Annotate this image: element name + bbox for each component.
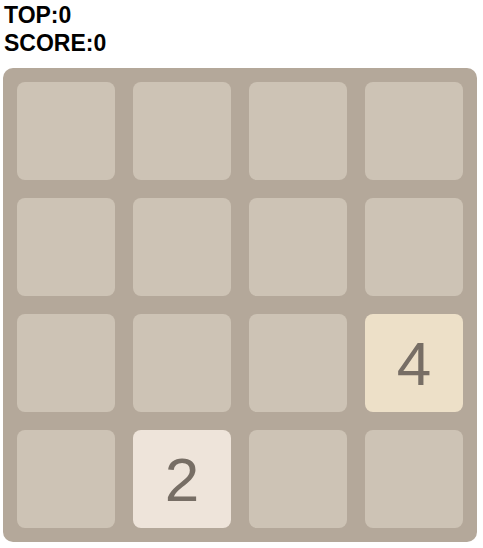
game-board[interactable]: 42 <box>3 68 477 542</box>
tile-2: 2 <box>133 430 231 528</box>
tile-grid: 42 <box>17 82 463 528</box>
empty-cell <box>249 430 347 528</box>
empty-cell <box>17 198 115 296</box>
empty-cell <box>133 82 231 180</box>
empty-cell <box>365 82 463 180</box>
empty-cell <box>249 198 347 296</box>
score-panel: TOP:0 SCORE:0 <box>4 1 106 57</box>
empty-cell <box>17 82 115 180</box>
empty-cell <box>133 198 231 296</box>
tile-4: 4 <box>365 314 463 412</box>
empty-cell <box>17 314 115 412</box>
empty-cell <box>249 314 347 412</box>
empty-cell <box>133 314 231 412</box>
empty-cell <box>365 198 463 296</box>
empty-cell <box>17 430 115 528</box>
top-score-text: TOP:0 <box>4 1 106 29</box>
current-score-text: SCORE:0 <box>4 29 106 57</box>
empty-cell <box>249 82 347 180</box>
empty-cell <box>365 430 463 528</box>
